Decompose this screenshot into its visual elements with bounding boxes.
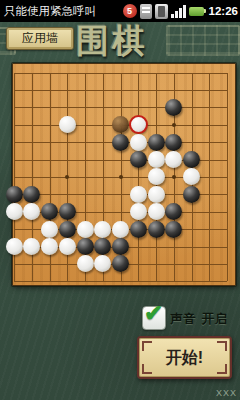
- star-point: [172, 123, 176, 127]
- app-wall-button[interactable]: 应用墙: [6, 27, 74, 50]
- black-stone: [112, 134, 129, 151]
- sim-toolkit-icon: [140, 4, 152, 19]
- checkmark-icon: ✔: [144, 300, 163, 327]
- star-point: [172, 175, 176, 179]
- black-stone: [130, 151, 147, 168]
- white-stone: [94, 255, 111, 272]
- white-stone: [130, 186, 147, 203]
- white-stone: [59, 238, 76, 255]
- white-stone: [23, 238, 40, 255]
- black-stone: [23, 186, 40, 203]
- white-stone: [130, 203, 147, 220]
- black-stone: [41, 203, 58, 220]
- black-stone: [112, 255, 129, 272]
- signal-strength-icon: [171, 4, 186, 18]
- white-stone: [23, 203, 40, 220]
- sound-label: 声音 开启: [170, 311, 228, 328]
- white-stone: [148, 151, 165, 168]
- black-stone: [77, 238, 94, 255]
- grid-line: [14, 281, 227, 282]
- black-stone: [130, 221, 147, 238]
- white-stone: [148, 168, 165, 185]
- black-stone: [165, 99, 182, 116]
- notification-badge-icon: 5: [123, 4, 137, 18]
- black-stone: [165, 221, 182, 238]
- status-clock: 12:26: [209, 5, 238, 17]
- white-stone: [77, 221, 94, 238]
- black-stone: [94, 238, 111, 255]
- grid-line: [138, 73, 139, 282]
- watermark-text: XXX: [216, 388, 237, 398]
- phone-screen: 只能使用紧急呼叫 5 12:26 应用墙 围棋 ✔ 声音 开启 开始! XXX: [0, 0, 240, 400]
- button-corner-ornament: [142, 341, 152, 351]
- grid-line: [209, 73, 210, 282]
- white-stone: [6, 238, 23, 255]
- black-stone: [183, 186, 200, 203]
- white-stone: [41, 238, 58, 255]
- button-corner-ornament: [217, 364, 227, 374]
- sound-checkbox[interactable]: ✔: [142, 306, 166, 330]
- white-stone: [6, 203, 23, 220]
- white-stone: [148, 203, 165, 220]
- star-point: [119, 175, 123, 179]
- white-stone: [94, 221, 111, 238]
- white-stone: [148, 186, 165, 203]
- button-corner-ornament: [142, 364, 152, 374]
- black-stone: [59, 203, 76, 220]
- grid-line: [227, 73, 228, 282]
- start-button[interactable]: 开始!: [137, 336, 232, 379]
- white-stone: [112, 221, 129, 238]
- go-board[interactable]: [12, 63, 236, 286]
- black-stone: [165, 134, 182, 151]
- black-stone: [148, 134, 165, 151]
- black-stone: [59, 221, 76, 238]
- black-stone: [112, 238, 129, 255]
- start-button-label: 开始!: [166, 349, 203, 366]
- pending-black-stone: [112, 116, 129, 133]
- black-stone: [148, 221, 165, 238]
- black-stone: [183, 151, 200, 168]
- white-stone: [183, 168, 200, 185]
- page-title: 围棋: [76, 19, 148, 64]
- last-move-marker: [129, 115, 148, 134]
- black-stone: [165, 203, 182, 220]
- header-lattice-ornament: [166, 25, 240, 56]
- star-point: [65, 175, 69, 179]
- white-stone: [59, 116, 76, 133]
- white-stone: [165, 151, 182, 168]
- battery-icon: [189, 7, 204, 16]
- black-stone: [6, 186, 23, 203]
- white-stone: [77, 255, 94, 272]
- vibrate-mode-icon: [155, 4, 168, 19]
- white-stone: [41, 221, 58, 238]
- button-corner-ornament: [217, 341, 227, 351]
- white-stone: [130, 134, 147, 151]
